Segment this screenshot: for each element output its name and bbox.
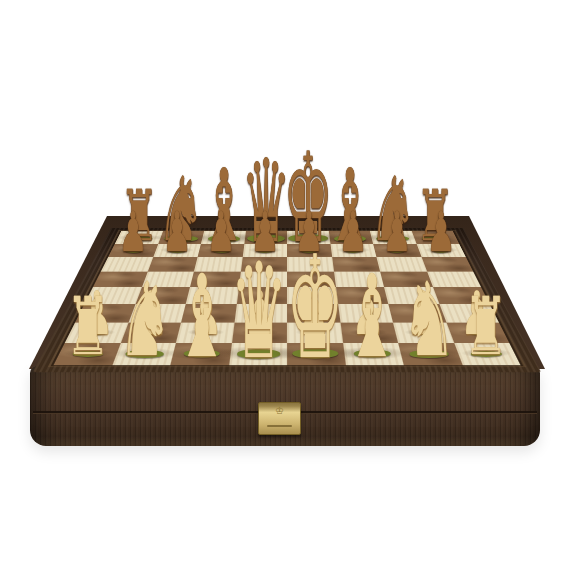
black-pawn-glyph: ♟ [426, 205, 456, 260]
white-rook-glyph: ♜ [65, 288, 109, 368]
white-rook-glyph: ♜ [464, 288, 508, 368]
white-king-glyph: ♚ [287, 237, 344, 379]
white-bishop-glyph: ♝ [346, 260, 399, 374]
chess-set-photo: ♔ ♜♞♝♛♚♝♞♜♟♟♟♟♟♟♟♟♟♟♟♟♟♟♟♟♜♞♝♛♚♝♞♜ [0, 0, 570, 570]
black-pawn-glyph: ♟ [119, 205, 149, 260]
white-knight-glyph: ♞ [117, 270, 172, 372]
white-knight-glyph: ♞ [402, 270, 457, 372]
pieces-layer: ♜♞♝♛♚♝♞♜♟♟♟♟♟♟♟♟♟♟♟♟♟♟♟♟♜♞♝♛♚♝♞♜ [0, 0, 570, 570]
